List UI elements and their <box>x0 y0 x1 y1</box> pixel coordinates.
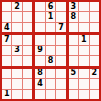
box-3-2: 84 <box>35 69 65 99</box>
cell-r3c7[interactable] <box>69 23 78 32</box>
cell-r8c2[interactable] <box>12 79 21 88</box>
given-digit: 4 <box>37 80 43 88</box>
cell-r6c5[interactable]: 8 <box>46 56 55 65</box>
given-digit: 9 <box>37 46 43 54</box>
cell-r3c1[interactable]: 4 <box>2 23 11 32</box>
cell-r2c1[interactable] <box>2 12 11 21</box>
box-1-3: 38 <box>69 2 99 32</box>
cell-r5c8[interactable] <box>79 46 88 55</box>
box-2-1: 73 <box>2 35 32 65</box>
cell-r2c6[interactable] <box>56 12 65 21</box>
cell-r6c1[interactable] <box>2 56 11 65</box>
cell-r7c3[interactable] <box>23 69 32 78</box>
cell-r9c4[interactable] <box>35 90 44 99</box>
given-digit: 8 <box>71 13 77 21</box>
cell-r3c2[interactable] <box>12 23 21 32</box>
cell-r6c3[interactable] <box>23 56 32 65</box>
cell-r9c1[interactable]: 1 <box>2 90 11 99</box>
cell-r4c4[interactable] <box>35 35 44 44</box>
cell-r9c2[interactable] <box>12 90 21 99</box>
given-digit: 1 <box>48 13 54 21</box>
box-2-3: 1 <box>69 35 99 65</box>
cell-r5c4[interactable]: 9 <box>35 46 44 55</box>
cell-r5c6[interactable] <box>56 46 65 55</box>
cell-r5c5[interactable] <box>46 46 55 55</box>
cell-r1c4[interactable] <box>35 2 44 11</box>
given-digit: 1 <box>81 36 87 44</box>
given-digit: 2 <box>91 69 97 77</box>
cell-r2c5[interactable]: 1 <box>46 12 55 21</box>
cell-r1c8[interactable] <box>79 2 88 11</box>
box-3-3: 52 <box>69 69 99 99</box>
box-2-2: 98 <box>35 35 65 65</box>
cell-r9c6[interactable] <box>56 90 65 99</box>
cell-r4c5[interactable] <box>46 35 55 44</box>
given-digit: 7 <box>4 36 10 44</box>
cell-r4c9[interactable] <box>90 35 99 44</box>
cell-r8c9[interactable] <box>90 79 99 88</box>
given-digit: 8 <box>48 57 54 65</box>
cell-r3c5[interactable] <box>46 23 55 32</box>
cell-r8c3[interactable] <box>23 79 32 88</box>
cell-r1c5[interactable]: 6 <box>46 2 55 11</box>
cell-r2c4[interactable] <box>35 12 44 21</box>
cell-r3c3[interactable] <box>23 23 32 32</box>
cell-r4c1[interactable]: 7 <box>2 35 11 44</box>
cell-r4c8[interactable]: 1 <box>79 35 88 44</box>
cell-r1c1[interactable] <box>2 2 11 11</box>
cell-r9c3[interactable] <box>23 90 32 99</box>
cell-r7c5[interactable] <box>46 69 55 78</box>
cell-r8c5[interactable] <box>46 79 55 88</box>
cell-r7c4[interactable]: 8 <box>35 69 44 78</box>
box-1-1: 24 <box>2 2 32 32</box>
cell-r3c8[interactable] <box>79 23 88 32</box>
given-digit: 4 <box>4 24 10 32</box>
cell-r1c3[interactable] <box>23 2 32 11</box>
cell-r1c2[interactable]: 2 <box>12 2 21 11</box>
cell-r7c1[interactable] <box>2 69 11 78</box>
cell-r8c7[interactable] <box>69 79 78 88</box>
cell-r5c3[interactable] <box>23 46 32 55</box>
cell-r2c2[interactable] <box>12 12 21 21</box>
cell-r3c9[interactable] <box>90 23 99 32</box>
given-digit: 2 <box>14 3 20 11</box>
cell-r1c9[interactable] <box>90 2 99 11</box>
cell-r8c6[interactable] <box>56 79 65 88</box>
cell-r7c2[interactable] <box>12 69 21 78</box>
cell-r1c6[interactable] <box>56 2 65 11</box>
cell-r7c8[interactable] <box>79 69 88 78</box>
cell-r9c7[interactable] <box>69 90 78 99</box>
cell-r2c7[interactable]: 8 <box>69 12 78 21</box>
cell-r5c2[interactable]: 3 <box>12 46 21 55</box>
box-1-2: 617 <box>35 2 65 32</box>
cell-r7c7[interactable]: 5 <box>69 69 78 78</box>
cell-r6c7[interactable] <box>69 56 78 65</box>
cell-r2c3[interactable] <box>23 12 32 21</box>
given-digit: 5 <box>71 69 77 77</box>
cell-r7c9[interactable]: 2 <box>90 69 99 78</box>
cell-r6c9[interactable] <box>90 56 99 65</box>
cell-r4c6[interactable] <box>56 35 65 44</box>
cell-r1c7[interactable]: 3 <box>69 2 78 11</box>
cell-r5c9[interactable] <box>90 46 99 55</box>
cell-r5c1[interactable] <box>2 46 11 55</box>
given-digit: 8 <box>37 69 43 77</box>
cell-r4c2[interactable] <box>12 35 21 44</box>
given-digit: 1 <box>4 90 10 98</box>
sudoku-board: 24617387398118452 <box>0 0 101 101</box>
given-digit: 7 <box>58 24 64 32</box>
given-digit: 6 <box>48 3 54 11</box>
cell-r7c6[interactable] <box>56 69 65 78</box>
cell-r6c8[interactable] <box>79 56 88 65</box>
cell-r4c7[interactable] <box>69 35 78 44</box>
cell-r8c8[interactable] <box>79 79 88 88</box>
cell-r6c4[interactable] <box>35 56 44 65</box>
cell-r3c4[interactable] <box>35 23 44 32</box>
cell-r4c3[interactable] <box>23 35 32 44</box>
cell-r6c2[interactable] <box>12 56 21 65</box>
box-3-1: 1 <box>2 69 32 99</box>
given-digit: 3 <box>71 3 77 11</box>
cell-r2c9[interactable] <box>90 12 99 21</box>
cell-r8c4[interactable]: 4 <box>35 79 44 88</box>
cell-r9c5[interactable] <box>46 90 55 99</box>
cell-r9c8[interactable] <box>79 90 88 99</box>
cell-r2c8[interactable] <box>79 12 88 21</box>
cell-r6c6[interactable] <box>56 56 65 65</box>
cell-r8c1[interactable] <box>2 79 11 88</box>
cell-r3c6[interactable]: 7 <box>56 23 65 32</box>
cell-r9c9[interactable] <box>90 90 99 99</box>
cell-r5c7[interactable] <box>69 46 78 55</box>
given-digit: 3 <box>14 46 20 54</box>
